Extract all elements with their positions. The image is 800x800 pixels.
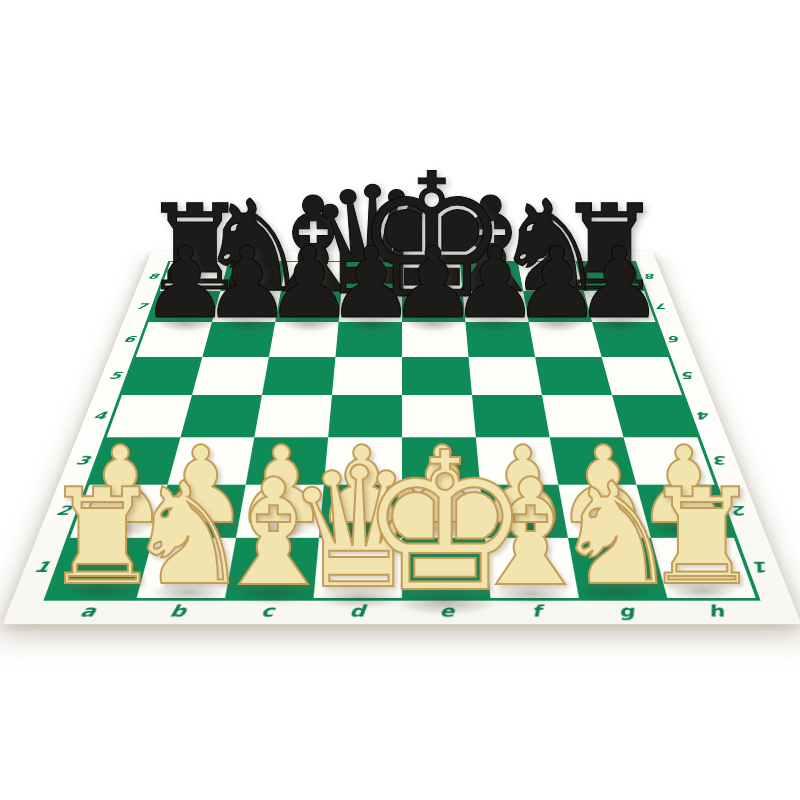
square-a5[interactable]	[122, 357, 202, 395]
square-c5[interactable]	[262, 357, 335, 395]
square-e5[interactable]	[402, 357, 472, 395]
square-b5[interactable]	[192, 357, 269, 395]
piece-black-pawn-h7[interactable]: ♟	[575, 234, 663, 333]
square-d5[interactable]	[332, 357, 402, 395]
chess-set-photo: abcdefgh abcdefgh 12345678 12345678 ♜♞♝♛…	[0, 0, 800, 800]
square-f5[interactable]	[469, 357, 542, 395]
piece-white-king-e1[interactable]: ♚	[359, 427, 531, 619]
square-g5[interactable]	[535, 357, 612, 395]
